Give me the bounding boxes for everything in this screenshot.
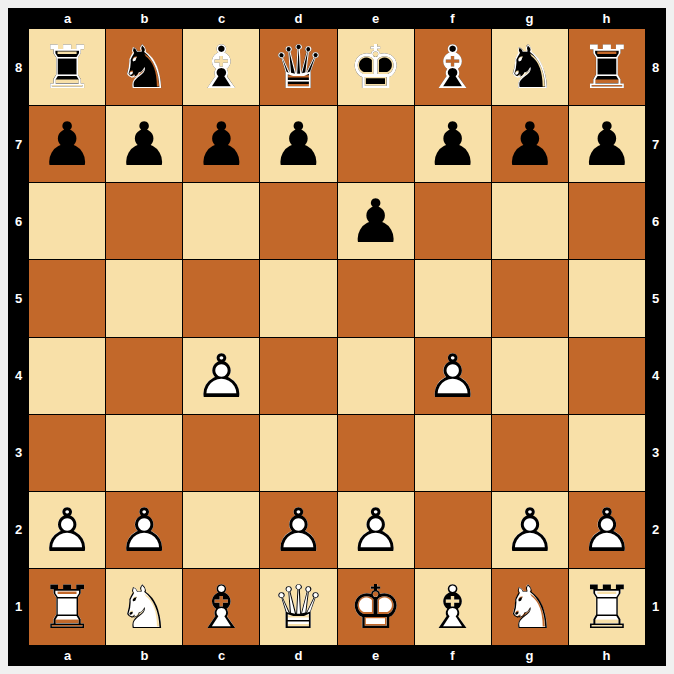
piece-glyph-outline: ♙︎ [31,494,103,566]
piece-black-rook[interactable]: ♜︎♖︎ [31,31,103,103]
piece-glyph-outline: ♙︎ [262,494,334,566]
rank-label-8: 8 [8,29,29,106]
page-background: abcdefgh abcdefgh 87654321 87654321 ♜︎♖︎… [0,0,674,674]
square-d1[interactable]: ♛︎♕︎ [260,569,336,645]
piece-white-knight[interactable]: ♞︎♘︎ [108,571,180,643]
square-a5[interactable] [29,260,105,336]
rank-label-8: 8 [645,29,666,106]
piece-glyph-fill: ♟︎ [494,108,566,180]
piece-black-pawn[interactable]: ♟︎ [262,108,334,180]
piece-glyph-outline: ♗︎ [185,571,257,643]
rank-label-1: 1 [8,568,29,645]
square-f6[interactable] [415,183,491,259]
piece-glyph-outline: ♘︎ [494,571,566,643]
square-c3[interactable] [183,415,259,491]
square-f3[interactable] [415,415,491,491]
square-e2[interactable]: ♟︎♙︎ [338,492,414,568]
piece-white-pawn[interactable]: ♟︎♙︎ [31,494,103,566]
piece-black-pawn[interactable]: ♟︎ [340,185,412,257]
piece-glyph-detail: ♔︎ [340,31,412,103]
square-c8[interactable]: ♝︎♗︎ [183,29,259,105]
square-a4[interactable] [29,338,105,414]
square-c7[interactable]: ♟︎ [183,106,259,182]
rank-label-5: 5 [8,260,29,337]
square-f8[interactable]: ♝︎♗︎ [415,29,491,105]
file-label-g: g [491,8,568,29]
piece-glyph-fill: ♟︎ [417,108,489,180]
piece-glyph-fill: ♟︎ [108,108,180,180]
file-label-h: h [568,8,645,29]
piece-white-pawn[interactable]: ♟︎♙︎ [108,494,180,566]
piece-black-knight[interactable]: ♞︎♘︎ [494,31,566,103]
piece-glyph-outline: ♗︎ [417,571,489,643]
piece-glyph-detail: ♗︎ [417,31,489,103]
rank-labels-left: 87654321 [8,29,29,645]
square-e3[interactable] [338,415,414,491]
file-labels-bottom: abcdefgh [29,645,645,666]
rank-label-7: 7 [645,106,666,183]
piece-white-pawn[interactable]: ♟︎♙︎ [571,494,643,566]
piece-glyph-detail: ♖︎ [31,31,103,103]
file-label-c: c [183,8,260,29]
square-c1[interactable]: ♝︎♗︎ [183,569,259,645]
piece-black-pawn[interactable]: ♟︎ [417,108,489,180]
file-label-b: b [106,8,183,29]
piece-glyph-outline: ♙︎ [108,494,180,566]
square-b1[interactable]: ♞︎♘︎ [106,569,182,645]
piece-glyph-outline: ♙︎ [417,340,489,412]
square-b7[interactable]: ♟︎ [106,106,182,182]
square-b6[interactable] [106,183,182,259]
square-b4[interactable] [106,338,182,414]
square-g4[interactable] [492,338,568,414]
file-label-a: a [29,645,106,666]
square-a2[interactable]: ♟︎♙︎ [29,492,105,568]
rank-label-5: 5 [645,260,666,337]
piece-black-queen[interactable]: ♛︎♕︎ [262,31,334,103]
square-e6[interactable]: ♟︎ [338,183,414,259]
piece-black-bishop[interactable]: ♝︎♗︎ [417,31,489,103]
square-a3[interactable] [29,415,105,491]
square-c4[interactable]: ♟︎♙︎ [183,338,259,414]
square-d7[interactable]: ♟︎ [260,106,336,182]
square-g5[interactable] [492,260,568,336]
square-d8[interactable]: ♛︎♕︎ [260,29,336,105]
piece-white-pawn[interactable]: ♟︎♙︎ [494,494,566,566]
rank-label-4: 4 [8,337,29,414]
piece-glyph-detail: ♘︎ [494,31,566,103]
square-e8[interactable]: ♚︎♔︎ [338,29,414,105]
piece-glyph-outline: ♔︎ [340,571,412,643]
file-label-d: d [260,8,337,29]
piece-glyph-outline: ♙︎ [185,340,257,412]
square-d5[interactable] [260,260,336,336]
file-label-f: f [414,8,491,29]
piece-white-pawn[interactable]: ♟︎♙︎ [340,494,412,566]
square-g2[interactable]: ♟︎♙︎ [492,492,568,568]
square-h3[interactable] [569,415,645,491]
rank-label-2: 2 [645,491,666,568]
file-label-d: d [260,645,337,666]
square-d6[interactable] [260,183,336,259]
piece-glyph-detail: ♖︎ [571,31,643,103]
square-c2[interactable] [183,492,259,568]
file-label-a: a [29,8,106,29]
square-b2[interactable]: ♟︎♙︎ [106,492,182,568]
piece-white-bishop[interactable]: ♝︎♗︎ [185,571,257,643]
piece-glyph-fill: ♟︎ [185,108,257,180]
file-labels-top: abcdefgh [29,8,645,29]
piece-black-pawn[interactable]: ♟︎ [108,108,180,180]
square-g1[interactable]: ♞︎♘︎ [492,569,568,645]
piece-black-king[interactable]: ♚︎♔︎ [340,31,412,103]
file-label-e: e [337,8,414,29]
chess-board-frame: abcdefgh abcdefgh 87654321 87654321 ♜︎♖︎… [8,8,666,666]
square-h4[interactable] [569,338,645,414]
square-b5[interactable] [106,260,182,336]
piece-white-rook[interactable]: ♜︎♖︎ [571,571,643,643]
piece-glyph-fill: ♟︎ [571,108,643,180]
piece-black-pawn[interactable]: ♟︎ [31,108,103,180]
file-label-c: c [183,645,260,666]
piece-glyph-outline: ♙︎ [340,494,412,566]
piece-black-pawn[interactable]: ♟︎ [571,108,643,180]
square-a6[interactable] [29,183,105,259]
square-a8[interactable]: ♜︎♖︎ [29,29,105,105]
rank-label-4: 4 [645,337,666,414]
square-e4[interactable] [338,338,414,414]
file-label-h: h [568,645,645,666]
piece-white-bishop[interactable]: ♝︎♗︎ [417,571,489,643]
piece-glyph-outline: ♕︎ [262,571,334,643]
square-b8[interactable]: ♞︎♘︎ [106,29,182,105]
piece-white-knight[interactable]: ♞︎♘︎ [494,571,566,643]
piece-black-bishop[interactable]: ♝︎♗︎ [185,31,257,103]
piece-white-pawn[interactable]: ♟︎♙︎ [417,340,489,412]
piece-black-pawn[interactable]: ♟︎ [185,108,257,180]
piece-glyph-detail: ♕︎ [262,31,334,103]
rank-label-6: 6 [645,183,666,260]
square-b3[interactable] [106,415,182,491]
square-f1[interactable]: ♝︎♗︎ [415,569,491,645]
piece-black-rook[interactable]: ♜︎♖︎ [571,31,643,103]
square-f4[interactable]: ♟︎♙︎ [415,338,491,414]
piece-white-pawn[interactable]: ♟︎♙︎ [185,340,257,412]
rank-label-6: 6 [8,183,29,260]
square-h1[interactable]: ♜︎♖︎ [569,569,645,645]
piece-white-queen[interactable]: ♛︎♕︎ [262,571,334,643]
square-h5[interactable] [569,260,645,336]
rank-label-2: 2 [8,491,29,568]
square-e7[interactable] [338,106,414,182]
piece-glyph-outline: ♘︎ [108,571,180,643]
square-g8[interactable]: ♞︎♘︎ [492,29,568,105]
square-h6[interactable] [569,183,645,259]
piece-glyph-outline: ♖︎ [571,571,643,643]
rank-label-3: 3 [8,414,29,491]
piece-white-king[interactable]: ♚︎♔︎ [340,571,412,643]
file-label-e: e [337,645,414,666]
square-c5[interactable] [183,260,259,336]
piece-black-pawn[interactable]: ♟︎ [494,108,566,180]
square-d3[interactable] [260,415,336,491]
square-h2[interactable]: ♟︎♙︎ [569,492,645,568]
square-c6[interactable] [183,183,259,259]
square-e5[interactable] [338,260,414,336]
piece-glyph-outline: ♙︎ [571,494,643,566]
square-h8[interactable]: ♜︎♖︎ [569,29,645,105]
piece-glyph-outline: ♖︎ [31,571,103,643]
chess-board: ♜︎♖︎♞︎♘︎♝︎♗︎♛︎♕︎♚︎♔︎♝︎♗︎♞︎♘︎♜︎♖︎♟︎♟︎♟︎♟︎… [29,29,645,645]
piece-glyph-detail: ♗︎ [185,31,257,103]
piece-white-rook[interactable]: ♜︎♖︎ [31,571,103,643]
piece-glyph-fill: ♟︎ [340,185,412,257]
piece-black-knight[interactable]: ♞︎♘︎ [108,31,180,103]
piece-glyph-fill: ♟︎ [31,108,103,180]
square-g3[interactable] [492,415,568,491]
file-label-g: g [491,645,568,666]
square-d2[interactable]: ♟︎♙︎ [260,492,336,568]
rank-label-1: 1 [645,568,666,645]
file-label-f: f [414,645,491,666]
rank-label-3: 3 [645,414,666,491]
piece-glyph-detail: ♘︎ [108,31,180,103]
square-a7[interactable]: ♟︎ [29,106,105,182]
square-d4[interactable] [260,338,336,414]
piece-glyph-outline: ♙︎ [494,494,566,566]
square-g6[interactable] [492,183,568,259]
square-h7[interactable]: ♟︎ [569,106,645,182]
piece-white-pawn[interactable]: ♟︎♙︎ [262,494,334,566]
rank-labels-right: 87654321 [645,29,666,645]
square-f7[interactable]: ♟︎ [415,106,491,182]
piece-glyph-fill: ♟︎ [262,108,334,180]
square-f2[interactable] [415,492,491,568]
square-g7[interactable]: ♟︎ [492,106,568,182]
square-a1[interactable]: ♜︎♖︎ [29,569,105,645]
file-label-b: b [106,645,183,666]
rank-label-7: 7 [8,106,29,183]
square-f5[interactable] [415,260,491,336]
square-e1[interactable]: ♚︎♔︎ [338,569,414,645]
